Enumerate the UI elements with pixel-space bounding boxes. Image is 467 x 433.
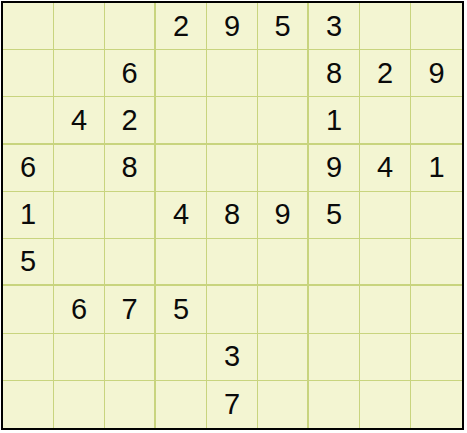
cell-r6c1[interactable]: 5	[3, 239, 54, 286]
cell-r4c4[interactable]	[156, 145, 207, 192]
cell-r5c6[interactable]: 9	[258, 192, 309, 239]
cell-r1c5[interactable]: 9	[207, 3, 258, 50]
cell-r2c8[interactable]: 2	[360, 50, 411, 97]
cell-r6c7[interactable]	[309, 239, 360, 286]
cell-r4c7[interactable]: 9	[309, 145, 360, 192]
cell-r4c2[interactable]	[54, 145, 105, 192]
cell-r8c8[interactable]	[360, 334, 411, 381]
cell-r5c5[interactable]: 8	[207, 192, 258, 239]
cell-r2c1[interactable]	[3, 50, 54, 97]
cell-r8c1[interactable]	[3, 334, 54, 381]
cell-r5c1[interactable]: 1	[3, 192, 54, 239]
cell-r2c6[interactable]	[258, 50, 309, 97]
cell-r1c8[interactable]	[360, 3, 411, 50]
cell-r6c2[interactable]	[54, 239, 105, 286]
cell-r7c1[interactable]	[3, 286, 54, 333]
cell-r9c7[interactable]	[309, 381, 360, 428]
cell-r5c8[interactable]	[360, 192, 411, 239]
cell-r6c6[interactable]	[258, 239, 309, 286]
cell-r2c5[interactable]	[207, 50, 258, 97]
cell-r5c9[interactable]	[411, 192, 462, 239]
cell-r2c4[interactable]	[156, 50, 207, 97]
cell-r3c9[interactable]	[411, 97, 462, 144]
cell-r7c5[interactable]	[207, 286, 258, 333]
cell-r9c8[interactable]	[360, 381, 411, 428]
cell-r9c5[interactable]: 7	[207, 381, 258, 428]
cell-r1c7[interactable]: 3	[309, 3, 360, 50]
cell-r5c2[interactable]	[54, 192, 105, 239]
cell-r6c8[interactable]	[360, 239, 411, 286]
cell-r9c4[interactable]	[156, 381, 207, 428]
cell-r7c2[interactable]: 6	[54, 286, 105, 333]
cell-r2c9[interactable]: 9	[411, 50, 462, 97]
cell-r7c8[interactable]	[360, 286, 411, 333]
cell-r2c3[interactable]: 6	[105, 50, 156, 97]
cell-r8c3[interactable]	[105, 334, 156, 381]
cell-r3c5[interactable]	[207, 97, 258, 144]
cell-r4c8[interactable]: 4	[360, 145, 411, 192]
cell-r1c9[interactable]	[411, 3, 462, 50]
sudoku-board: 295368294216894114895567537	[1, 1, 464, 430]
cell-r8c5[interactable]: 3	[207, 334, 258, 381]
cell-r4c9[interactable]: 1	[411, 145, 462, 192]
cell-r8c4[interactable]	[156, 334, 207, 381]
cell-r6c4[interactable]	[156, 239, 207, 286]
cell-r8c9[interactable]	[411, 334, 462, 381]
cell-r9c9[interactable]	[411, 381, 462, 428]
cell-r3c3[interactable]: 2	[105, 97, 156, 144]
cell-r6c5[interactable]	[207, 239, 258, 286]
cell-r7c7[interactable]	[309, 286, 360, 333]
cell-r9c2[interactable]	[54, 381, 105, 428]
cell-r1c1[interactable]	[3, 3, 54, 50]
cell-r3c6[interactable]	[258, 97, 309, 144]
cell-r8c6[interactable]	[258, 334, 309, 381]
cell-r8c2[interactable]	[54, 334, 105, 381]
cell-r3c2[interactable]: 4	[54, 97, 105, 144]
cell-r1c3[interactable]	[105, 3, 156, 50]
cell-r1c4[interactable]: 2	[156, 3, 207, 50]
cell-r6c3[interactable]	[105, 239, 156, 286]
cell-r3c7[interactable]: 1	[309, 97, 360, 144]
cell-r3c1[interactable]	[3, 97, 54, 144]
cell-r9c1[interactable]	[3, 381, 54, 428]
cell-r4c5[interactable]	[207, 145, 258, 192]
cell-r3c8[interactable]	[360, 97, 411, 144]
cell-r7c3[interactable]: 7	[105, 286, 156, 333]
cell-r2c7[interactable]: 8	[309, 50, 360, 97]
cell-r4c1[interactable]: 6	[3, 145, 54, 192]
cell-r1c6[interactable]: 5	[258, 3, 309, 50]
cell-r9c6[interactable]	[258, 381, 309, 428]
cell-r4c3[interactable]: 8	[105, 145, 156, 192]
cell-r3c4[interactable]	[156, 97, 207, 144]
cell-r4c6[interactable]	[258, 145, 309, 192]
cell-r7c9[interactable]	[411, 286, 462, 333]
cell-r8c7[interactable]	[309, 334, 360, 381]
cell-r6c9[interactable]	[411, 239, 462, 286]
cell-r5c3[interactable]	[105, 192, 156, 239]
cell-r5c7[interactable]: 5	[309, 192, 360, 239]
cell-r1c2[interactable]	[54, 3, 105, 50]
cell-r7c4[interactable]: 5	[156, 286, 207, 333]
cell-r7c6[interactable]	[258, 286, 309, 333]
cell-r2c2[interactable]	[54, 50, 105, 97]
cell-r9c3[interactable]	[105, 381, 156, 428]
cell-r5c4[interactable]: 4	[156, 192, 207, 239]
